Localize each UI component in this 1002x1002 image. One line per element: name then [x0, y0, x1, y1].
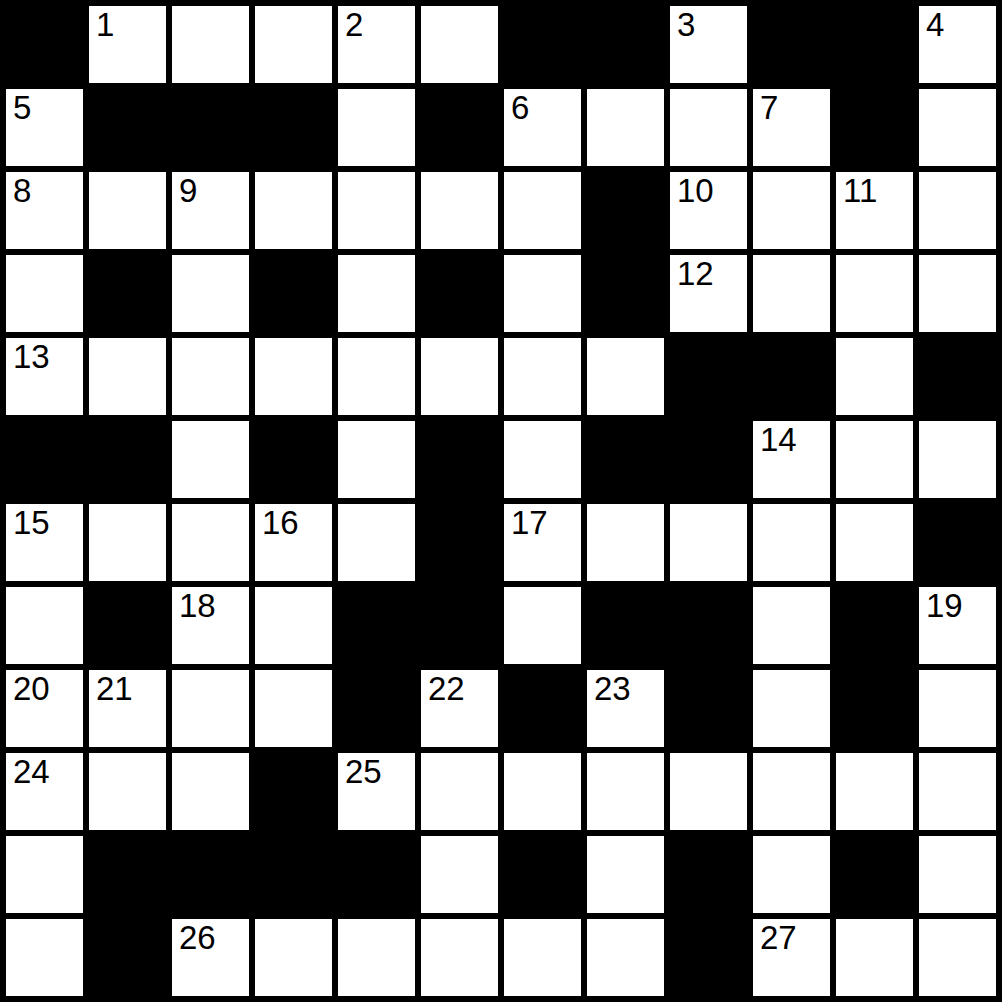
white-cell[interactable]: [338, 338, 415, 415]
black-cell: [753, 338, 830, 415]
white-cell[interactable]: [6, 919, 83, 996]
white-cell[interactable]: [670, 504, 747, 581]
black-cell: [255, 255, 332, 332]
clue-number: 18: [179, 589, 216, 624]
white-cell[interactable]: [255, 670, 332, 747]
clue-number: 16: [262, 506, 299, 541]
black-cell: [504, 6, 581, 83]
white-cell[interactable]: [172, 504, 249, 581]
clue-number: 3: [677, 8, 695, 43]
black-cell: [255, 753, 332, 830]
clue-number: 8: [13, 174, 31, 209]
white-cell[interactable]: 1: [89, 6, 166, 83]
black-cell: [172, 89, 249, 166]
white-cell[interactable]: [836, 504, 913, 581]
white-cell[interactable]: [172, 255, 249, 332]
white-cell[interactable]: [255, 172, 332, 249]
white-cell[interactable]: [836, 255, 913, 332]
white-cell[interactable]: [753, 670, 830, 747]
black-cell: [587, 6, 664, 83]
black-cell: [587, 421, 664, 498]
white-cell[interactable]: [504, 338, 581, 415]
white-cell[interactable]: [255, 338, 332, 415]
clue-number: 11: [843, 174, 877, 209]
black-cell: [89, 255, 166, 332]
white-cell[interactable]: [338, 172, 415, 249]
white-cell[interactable]: 20: [6, 670, 83, 747]
white-cell[interactable]: [587, 89, 664, 166]
black-cell: [338, 670, 415, 747]
white-cell[interactable]: 8: [6, 172, 83, 249]
white-cell[interactable]: [836, 919, 913, 996]
white-cell[interactable]: 10: [670, 172, 747, 249]
white-cell[interactable]: 24: [6, 753, 83, 830]
white-cell[interactable]: [421, 919, 498, 996]
white-cell[interactable]: [255, 587, 332, 664]
black-cell: [836, 587, 913, 664]
white-cell[interactable]: 18: [172, 587, 249, 664]
white-cell[interactable]: 21: [89, 670, 166, 747]
white-cell[interactable]: [753, 504, 830, 581]
white-cell[interactable]: [670, 753, 747, 830]
white-cell[interactable]: [6, 836, 83, 913]
clue-number: 19: [926, 589, 963, 624]
black-cell: [919, 338, 996, 415]
white-cell[interactable]: [338, 89, 415, 166]
black-cell: [587, 172, 664, 249]
black-cell: [6, 421, 83, 498]
white-cell[interactable]: [504, 255, 581, 332]
clue-number: 4: [926, 8, 944, 43]
white-cell[interactable]: [421, 6, 498, 83]
clue-number: 24: [13, 755, 50, 790]
white-cell[interactable]: [587, 919, 664, 996]
black-cell: [338, 587, 415, 664]
white-cell[interactable]: [421, 836, 498, 913]
white-cell[interactable]: 27: [753, 919, 830, 996]
clue-number: 12: [677, 257, 714, 292]
black-cell: [421, 587, 498, 664]
white-cell[interactable]: [670, 89, 747, 166]
black-cell: [421, 89, 498, 166]
white-cell[interactable]: [89, 338, 166, 415]
white-cell[interactable]: [836, 338, 913, 415]
black-cell: [338, 836, 415, 913]
clue-number: 26: [179, 921, 216, 956]
black-cell: [836, 836, 913, 913]
white-cell[interactable]: [338, 919, 415, 996]
white-cell[interactable]: [753, 587, 830, 664]
white-cell[interactable]: [504, 172, 581, 249]
white-cell[interactable]: 6: [504, 89, 581, 166]
white-cell[interactable]: 25: [338, 753, 415, 830]
white-cell[interactable]: 5: [6, 89, 83, 166]
white-cell[interactable]: [89, 753, 166, 830]
white-cell[interactable]: 23: [587, 670, 664, 747]
white-cell[interactable]: 17: [504, 504, 581, 581]
white-cell[interactable]: [255, 919, 332, 996]
black-cell: [89, 587, 166, 664]
white-cell[interactable]: [587, 753, 664, 830]
white-cell[interactable]: [172, 670, 249, 747]
white-cell[interactable]: [504, 421, 581, 498]
clue-number: 23: [594, 672, 631, 707]
black-cell: [670, 919, 747, 996]
white-cell[interactable]: [6, 255, 83, 332]
white-cell[interactable]: [172, 753, 249, 830]
white-cell[interactable]: [172, 6, 249, 83]
clue-number: 10: [677, 174, 714, 209]
white-cell[interactable]: [919, 255, 996, 332]
white-cell[interactable]: [421, 753, 498, 830]
clue-number: 13: [13, 340, 50, 375]
black-cell: [670, 670, 747, 747]
white-cell[interactable]: [919, 919, 996, 996]
white-cell[interactable]: [587, 338, 664, 415]
black-cell: [89, 919, 166, 996]
white-cell[interactable]: 12: [670, 255, 747, 332]
black-cell: [836, 6, 913, 83]
black-cell: [919, 504, 996, 581]
white-cell[interactable]: [753, 172, 830, 249]
white-cell[interactable]: 3: [670, 6, 747, 83]
white-cell[interactable]: [338, 255, 415, 332]
white-cell[interactable]: 14: [753, 421, 830, 498]
black-cell: [421, 255, 498, 332]
white-cell[interactable]: [504, 587, 581, 664]
white-cell[interactable]: [587, 836, 664, 913]
clue-number: 5: [13, 91, 31, 126]
black-cell: [255, 421, 332, 498]
white-cell[interactable]: 13: [6, 338, 83, 415]
clue-number: 15: [13, 506, 50, 541]
white-cell[interactable]: [919, 89, 996, 166]
white-cell[interactable]: 11: [836, 172, 913, 249]
white-cell[interactable]: [338, 421, 415, 498]
white-cell[interactable]: [919, 670, 996, 747]
white-cell[interactable]: [753, 836, 830, 913]
white-cell[interactable]: 22: [421, 670, 498, 747]
black-cell: [255, 836, 332, 913]
black-cell: [670, 836, 747, 913]
white-cell[interactable]: [421, 338, 498, 415]
white-cell[interactable]: [421, 172, 498, 249]
white-cell[interactable]: [587, 504, 664, 581]
clue-number: 7: [760, 91, 778, 126]
white-cell[interactable]: [504, 753, 581, 830]
white-cell[interactable]: [919, 421, 996, 498]
white-cell[interactable]: [338, 504, 415, 581]
clue-number: 21: [96, 672, 133, 707]
clue-number: 20: [13, 672, 50, 707]
black-cell: [89, 89, 166, 166]
black-cell: [504, 670, 581, 747]
white-cell[interactable]: [919, 836, 996, 913]
crossword-board: 1234567891011121314151617181920212223242…: [0, 0, 1002, 1002]
clue-number: 9: [179, 174, 197, 209]
black-cell: [753, 6, 830, 83]
clue-number: 17: [511, 506, 548, 541]
white-cell[interactable]: 9: [172, 172, 249, 249]
black-cell: [587, 587, 664, 664]
white-cell[interactable]: [836, 753, 913, 830]
white-cell[interactable]: 19: [919, 587, 996, 664]
black-cell: [587, 255, 664, 332]
black-cell: [89, 836, 166, 913]
black-cell: [836, 89, 913, 166]
white-cell[interactable]: 4: [919, 6, 996, 83]
clue-number: 14: [760, 423, 797, 458]
white-cell[interactable]: 15: [6, 504, 83, 581]
white-cell[interactable]: [172, 421, 249, 498]
black-cell: [6, 6, 83, 83]
black-cell: [504, 836, 581, 913]
white-cell[interactable]: [753, 753, 830, 830]
clue-number: 27: [760, 921, 797, 956]
black-cell: [670, 587, 747, 664]
clue-number: 6: [511, 91, 529, 126]
white-cell[interactable]: [919, 753, 996, 830]
black-cell: [670, 338, 747, 415]
clue-number: 2: [345, 8, 363, 43]
white-cell[interactable]: [836, 421, 913, 498]
black-cell: [172, 836, 249, 913]
white-cell[interactable]: 26: [172, 919, 249, 996]
white-cell[interactable]: 7: [753, 89, 830, 166]
white-cell[interactable]: [89, 172, 166, 249]
black-cell: [421, 421, 498, 498]
white-cell[interactable]: 2: [338, 6, 415, 83]
white-cell[interactable]: [89, 504, 166, 581]
black-cell: [89, 421, 166, 498]
clue-number: 1: [96, 8, 114, 43]
black-cell: [421, 504, 498, 581]
black-cell: [255, 89, 332, 166]
clue-number: 22: [428, 672, 465, 707]
black-cell: [670, 421, 747, 498]
white-cell[interactable]: [255, 6, 332, 83]
white-cell[interactable]: 16: [255, 504, 332, 581]
clue-number: 25: [345, 755, 382, 790]
white-cell[interactable]: [753, 255, 830, 332]
white-cell[interactable]: [172, 338, 249, 415]
white-cell[interactable]: [919, 172, 996, 249]
white-cell[interactable]: [504, 919, 581, 996]
black-cell: [836, 670, 913, 747]
white-cell[interactable]: [6, 587, 83, 664]
